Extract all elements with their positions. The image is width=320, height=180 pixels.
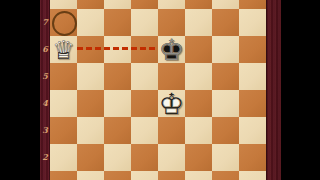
- square-g1[interactable]: [212, 171, 239, 180]
- square-b7[interactable]: [77, 9, 104, 36]
- square-f7[interactable]: [185, 9, 212, 36]
- square-f2[interactable]: [185, 144, 212, 171]
- square-g4[interactable]: [212, 90, 239, 117]
- square-h1[interactable]: [239, 171, 266, 180]
- annotation-circle-a7: [52, 11, 77, 36]
- square-b1[interactable]: [77, 171, 104, 180]
- rank-label-4: 4: [40, 90, 50, 117]
- square-c5[interactable]: [104, 63, 131, 90]
- square-c8[interactable]: [104, 0, 131, 9]
- square-d1[interactable]: [131, 171, 158, 180]
- square-a2[interactable]: [50, 144, 77, 171]
- square-h4[interactable]: [239, 90, 266, 117]
- square-h3[interactable]: [239, 117, 266, 144]
- square-g6[interactable]: [212, 36, 239, 63]
- square-f3[interactable]: [185, 117, 212, 144]
- square-a3[interactable]: [50, 117, 77, 144]
- square-h5[interactable]: [239, 63, 266, 90]
- square-d4[interactable]: [131, 90, 158, 117]
- square-b3[interactable]: [77, 117, 104, 144]
- attack-line-a6-e6: [77, 47, 158, 50]
- rank-label-5: 5: [40, 63, 50, 90]
- square-a8[interactable]: [50, 0, 77, 9]
- square-b2[interactable]: [77, 144, 104, 171]
- square-d2[interactable]: [131, 144, 158, 171]
- square-d7[interactable]: [131, 9, 158, 36]
- square-e3[interactable]: [158, 117, 185, 144]
- square-c7[interactable]: [104, 9, 131, 36]
- square-a1[interactable]: [50, 171, 77, 180]
- square-b8[interactable]: [77, 0, 104, 9]
- rank-label-6: 6: [40, 36, 50, 63]
- rank-label-2: 2: [40, 144, 50, 171]
- square-d6[interactable]: [131, 36, 158, 63]
- square-c6[interactable]: [104, 36, 131, 63]
- white-queen-glyph-outline: ♕: [50, 36, 77, 63]
- square-h6[interactable]: [239, 36, 266, 63]
- square-c4[interactable]: [104, 90, 131, 117]
- square-f5[interactable]: [185, 63, 212, 90]
- chess-app-screen: 765432 ♛♕♚♔♚♔: [0, 0, 320, 180]
- square-e2[interactable]: [158, 144, 185, 171]
- square-a4[interactable]: [50, 90, 77, 117]
- square-a5[interactable]: [50, 63, 77, 90]
- square-e1[interactable]: [158, 171, 185, 180]
- square-h7[interactable]: [239, 9, 266, 36]
- square-h2[interactable]: [239, 144, 266, 171]
- square-h8[interactable]: [239, 0, 266, 9]
- square-f8[interactable]: [185, 0, 212, 9]
- square-g5[interactable]: [212, 63, 239, 90]
- square-g2[interactable]: [212, 144, 239, 171]
- square-f6[interactable]: [185, 36, 212, 63]
- square-g3[interactable]: [212, 117, 239, 144]
- square-c1[interactable]: [104, 171, 131, 180]
- square-g8[interactable]: [212, 0, 239, 9]
- black-king-glyph-outline: ♔: [158, 36, 185, 63]
- white-king-glyph-outline: ♔: [158, 90, 185, 117]
- square-b5[interactable]: [77, 63, 104, 90]
- square-f4[interactable]: [185, 90, 212, 117]
- square-c2[interactable]: [104, 144, 131, 171]
- square-c3[interactable]: [104, 117, 131, 144]
- piece-white-queen-a6[interactable]: ♛♕: [50, 36, 77, 63]
- piece-black-king-e6[interactable]: ♚♔: [158, 36, 185, 63]
- rank-label-3: 3: [40, 117, 50, 144]
- square-f1[interactable]: [185, 171, 212, 180]
- piece-white-king-e4[interactable]: ♚♔: [158, 90, 185, 117]
- rank-label-7: 7: [40, 9, 50, 36]
- square-b4[interactable]: [77, 90, 104, 117]
- square-e8[interactable]: [158, 0, 185, 9]
- square-g7[interactable]: [212, 9, 239, 36]
- square-b6[interactable]: [77, 36, 104, 63]
- square-d5[interactable]: [131, 63, 158, 90]
- square-d3[interactable]: [131, 117, 158, 144]
- square-d8[interactable]: [131, 0, 158, 9]
